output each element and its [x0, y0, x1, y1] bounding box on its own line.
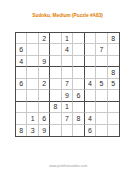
sudoku-cell[interactable] [108, 56, 119, 67]
sudoku-board: 2186474986274559681167848396 [15, 32, 120, 137]
sudoku-cell[interactable] [73, 79, 84, 90]
sudoku-cell[interactable]: 7 [62, 113, 73, 124]
sudoku-cell[interactable] [73, 56, 84, 67]
sudoku-cell[interactable] [27, 67, 38, 78]
title-row: Sudoku, Medium (Puzzle #A83) [0, 10, 136, 20]
sudoku-cell[interactable] [27, 44, 38, 55]
sudoku-cell[interactable] [96, 67, 107, 78]
sudoku-cell[interactable]: 6 [39, 113, 50, 124]
sudoku-cell[interactable]: 9 [62, 90, 73, 101]
sudoku-cell[interactable]: 2 [39, 79, 50, 90]
sudoku-cell[interactable] [73, 125, 84, 136]
sudoku-cell[interactable] [96, 113, 107, 124]
sudoku-cell[interactable]: 7 [96, 44, 107, 55]
sudoku-cell[interactable]: 4 [16, 56, 27, 67]
sudoku-cell[interactable] [85, 56, 96, 67]
sudoku-cell[interactable] [50, 56, 61, 67]
sudoku-cell[interactable] [85, 90, 96, 101]
sudoku-cell[interactable]: 4 [85, 113, 96, 124]
sudoku-cell[interactable] [27, 56, 38, 67]
sudoku-cell[interactable] [27, 90, 38, 101]
sudoku-cell[interactable] [16, 90, 27, 101]
sudoku-cell[interactable]: 6 [16, 44, 27, 55]
sudoku-cell[interactable] [96, 56, 107, 67]
sudoku-cell[interactable] [39, 90, 50, 101]
sudoku-cell[interactable]: 1 [27, 113, 38, 124]
page: Sudoku, Medium (Puzzle #A83) 21864749862… [0, 0, 136, 176]
sudoku-cell[interactable] [39, 44, 50, 55]
sudoku-cell[interactable] [73, 67, 84, 78]
sudoku-cell[interactable] [85, 33, 96, 44]
sudoku-cell[interactable] [50, 113, 61, 124]
sudoku-cell[interactable]: 7 [62, 79, 73, 90]
sudoku-cell[interactable] [16, 67, 27, 78]
sudoku-cell[interactable] [27, 102, 38, 113]
sudoku-cell[interactable]: 1 [62, 102, 73, 113]
sudoku-cell[interactable] [39, 67, 50, 78]
sudoku-cell[interactable]: 6 [85, 125, 96, 136]
footer-row: www.printfreesudoku.com [0, 161, 136, 169]
sudoku-cell[interactable] [62, 56, 73, 67]
sudoku-cell[interactable] [39, 102, 50, 113]
footer-url: www.printfreesudoku.com [49, 163, 87, 167]
sudoku-cell[interactable] [62, 67, 73, 78]
sudoku-cell[interactable] [108, 90, 119, 101]
sudoku-cell[interactable] [27, 79, 38, 90]
sudoku-cell[interactable]: 5 [108, 79, 119, 90]
sudoku-cell[interactable] [50, 90, 61, 101]
sudoku-cell[interactable]: 9 [39, 56, 50, 67]
sudoku-cell[interactable] [108, 113, 119, 124]
sudoku-cell[interactable] [62, 125, 73, 136]
sudoku-cell[interactable] [85, 67, 96, 78]
sudoku-cell[interactable]: 8 [16, 125, 27, 136]
sudoku-cell[interactable]: 1 [62, 33, 73, 44]
sudoku-cell[interactable] [50, 125, 61, 136]
sudoku-cell[interactable] [50, 67, 61, 78]
sudoku-cell[interactable] [85, 102, 96, 113]
sudoku-cell[interactable] [73, 102, 84, 113]
sudoku-cell[interactable]: 8 [50, 102, 61, 113]
sudoku-cell[interactable] [16, 113, 27, 124]
sudoku-cell[interactable] [96, 90, 107, 101]
sudoku-cell[interactable]: 8 [73, 113, 84, 124]
sudoku-cell[interactable] [108, 102, 119, 113]
sudoku-cell[interactable] [73, 33, 84, 44]
sudoku-cell[interactable] [73, 44, 84, 55]
sudoku-cell[interactable] [50, 44, 61, 55]
sudoku-cell[interactable]: 3 [27, 125, 38, 136]
sudoku-cell[interactable]: 5 [96, 79, 107, 90]
sudoku-cell[interactable] [108, 125, 119, 136]
sudoku-cell[interactable] [85, 44, 96, 55]
sudoku-cell[interactable]: 6 [73, 90, 84, 101]
sudoku-cell[interactable] [27, 33, 38, 44]
sudoku-cell[interactable] [50, 33, 61, 44]
puzzle-title: Sudoku, Medium (Puzzle #A83) [33, 12, 104, 17]
sudoku-cell[interactable] [16, 33, 27, 44]
sudoku-cell[interactable] [16, 102, 27, 113]
sudoku-cell[interactable]: 8 [108, 33, 119, 44]
sudoku-cell[interactable] [96, 33, 107, 44]
sudoku-cell[interactable]: 9 [39, 125, 50, 136]
sudoku-cell[interactable] [96, 102, 107, 113]
sudoku-cell[interactable] [50, 79, 61, 90]
sudoku-cell[interactable]: 2 [39, 33, 50, 44]
sudoku-cell[interactable]: 4 [85, 79, 96, 90]
sudoku-cell[interactable]: 4 [62, 44, 73, 55]
sudoku-cell[interactable] [108, 44, 119, 55]
sudoku-cell[interactable]: 6 [16, 79, 27, 90]
sudoku-cell[interactable]: 8 [108, 67, 119, 78]
sudoku-cell[interactable] [96, 125, 107, 136]
